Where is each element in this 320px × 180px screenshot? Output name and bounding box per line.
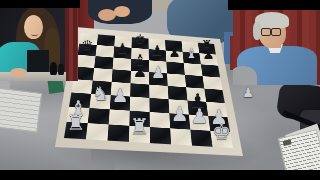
- piece-black-pawn-e7: ♟: [151, 44, 163, 57]
- piece-white-pawn-g2: ♟: [190, 106, 208, 126]
- bottom-letterbox: [0, 170, 320, 180]
- piece-white-knight-b3: ♞: [92, 86, 109, 105]
- left-player-inset: [0, 0, 78, 81]
- captured-piece-silhouette: [58, 64, 64, 75]
- piece-black-pawn-c7: ♟: [117, 41, 129, 54]
- piece-black-pawn-h7: ♟: [202, 48, 214, 61]
- woman-hand: [10, 68, 27, 77]
- captured-piece-silhouette: [50, 62, 57, 75]
- woman-smile: [31, 32, 38, 36]
- piece-black-king-d8: ♚: [135, 33, 146, 45]
- curtain-strip: [65, 0, 78, 81]
- piece-black-queen-a7: ♛: [81, 38, 93, 51]
- piece-black-pawn-f7: ♟: [169, 45, 181, 58]
- top-letterbox-right: [228, 0, 320, 10]
- man-glasses: [271, 28, 281, 36]
- video-frame: ♚♜♛♟♟♟♝♟♝♟♟♞♟♟♝♟♟♟♜♜♚ ♟: [0, 0, 320, 180]
- piece-white-bishop-g7: ♝: [186, 47, 198, 60]
- blanket-corner: [233, 66, 257, 85]
- man-glasses: [261, 28, 271, 36]
- piece-black-pawn-d5: ♟: [133, 64, 147, 80]
- piece-white-rook-d1: ♜: [130, 116, 149, 137]
- piece-white-king-h1: ♚: [212, 121, 231, 142]
- man-hair-side: [253, 22, 261, 40]
- piece-white-pawn-f2: ♟: [171, 104, 189, 124]
- right-player-inset: [233, 10, 320, 85]
- piece-white-pawn-e5: ♟: [151, 65, 165, 81]
- piece-white-pawn-c3: ♟: [112, 87, 129, 106]
- top-letterbox-left: [0, 0, 80, 8]
- piece-white-rook-a1: ♜: [67, 112, 86, 133]
